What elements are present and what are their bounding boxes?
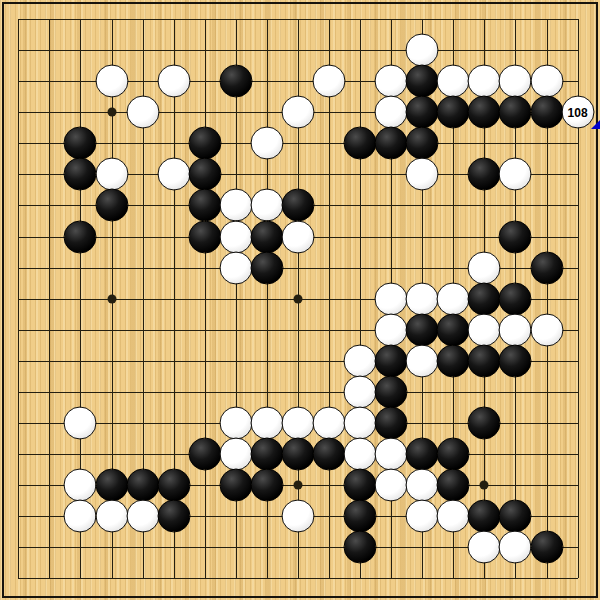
white-stone — [437, 282, 470, 315]
white-stone — [406, 282, 439, 315]
white-stone — [64, 469, 97, 502]
black-stone — [375, 406, 408, 439]
black-stone — [250, 438, 283, 471]
white-stone — [126, 500, 159, 533]
white-stone — [219, 220, 252, 253]
black-stone — [344, 500, 377, 533]
white-stone — [375, 438, 408, 471]
black-stone — [437, 469, 470, 502]
grid-line-horizontal — [18, 578, 577, 579]
black-stone — [437, 438, 470, 471]
white-stone — [499, 65, 532, 98]
white-stone — [64, 406, 97, 439]
black-stone — [313, 438, 346, 471]
black-stone — [219, 469, 252, 502]
black-stone — [468, 158, 501, 191]
black-stone — [468, 282, 501, 315]
black-stone — [437, 96, 470, 129]
black-stone — [126, 469, 159, 502]
black-stone — [95, 189, 128, 222]
black-stone — [219, 65, 252, 98]
grid-line-horizontal — [18, 392, 577, 393]
white-stone — [219, 189, 252, 222]
white-stone — [250, 189, 283, 222]
black-stone — [250, 220, 283, 253]
white-stone — [468, 65, 501, 98]
white-stone — [406, 500, 439, 533]
white-stone — [344, 344, 377, 377]
black-stone — [188, 438, 221, 471]
black-stone — [375, 344, 408, 377]
black-stone — [281, 438, 314, 471]
black-stone — [250, 469, 283, 502]
black-stone — [188, 158, 221, 191]
white-stone — [281, 500, 314, 533]
black-stone — [530, 251, 563, 284]
black-stone — [468, 500, 501, 533]
white-stone — [313, 65, 346, 98]
go-board[interactable]: 108 — [0, 0, 600, 600]
white-stone — [406, 344, 439, 377]
black-stone — [437, 313, 470, 346]
black-stone — [250, 251, 283, 284]
white-stone — [95, 65, 128, 98]
white-stone — [95, 158, 128, 191]
white-stone — [406, 158, 439, 191]
white-stone — [157, 65, 190, 98]
black-stone — [344, 127, 377, 160]
white-stone — [95, 500, 128, 533]
black-stone — [406, 96, 439, 129]
black-stone — [344, 531, 377, 564]
white-stone — [499, 158, 532, 191]
white-stone — [313, 406, 346, 439]
white-stone — [219, 406, 252, 439]
star-point — [293, 481, 302, 490]
white-stone — [499, 313, 532, 346]
star-point — [293, 294, 302, 303]
white-stone — [219, 438, 252, 471]
white-stone — [344, 406, 377, 439]
white-stone — [406, 469, 439, 502]
black-stone — [375, 127, 408, 160]
white-stone — [64, 500, 97, 533]
white-stone — [468, 251, 501, 284]
black-stone — [499, 282, 532, 315]
black-stone — [157, 500, 190, 533]
star-point — [480, 481, 489, 490]
black-stone — [406, 313, 439, 346]
white-stone — [344, 375, 377, 408]
white-stone — [126, 96, 159, 129]
white-stone — [468, 531, 501, 564]
black-stone — [406, 65, 439, 98]
black-stone — [64, 127, 97, 160]
white-stone — [530, 65, 563, 98]
black-stone — [530, 531, 563, 564]
black-stone — [188, 220, 221, 253]
white-stone — [281, 406, 314, 439]
white-stone — [250, 406, 283, 439]
white-stone — [375, 96, 408, 129]
black-stone — [468, 406, 501, 439]
white-stone — [281, 96, 314, 129]
white-stone — [375, 469, 408, 502]
black-stone — [499, 500, 532, 533]
white-stone — [406, 34, 439, 67]
white-stone — [250, 127, 283, 160]
grid-line-vertical — [329, 19, 330, 578]
white-stone — [344, 438, 377, 471]
black-stone — [468, 96, 501, 129]
black-stone — [157, 469, 190, 502]
black-stone — [64, 158, 97, 191]
star-point — [107, 294, 116, 303]
white-stone — [437, 65, 470, 98]
black-stone — [499, 220, 532, 253]
black-stone — [344, 469, 377, 502]
black-stone — [188, 189, 221, 222]
white-stone — [157, 158, 190, 191]
black-stone — [95, 469, 128, 502]
black-stone — [530, 96, 563, 129]
white-stone — [375, 282, 408, 315]
blue-triangle-marker — [591, 119, 600, 129]
white-stone — [375, 65, 408, 98]
white-stone — [468, 313, 501, 346]
black-stone — [499, 96, 532, 129]
black-stone — [281, 189, 314, 222]
black-stone — [406, 438, 439, 471]
star-point — [107, 108, 116, 117]
white-stone — [375, 313, 408, 346]
black-stone — [499, 344, 532, 377]
black-stone — [406, 127, 439, 160]
black-stone — [468, 344, 501, 377]
black-stone — [188, 127, 221, 160]
white-stone — [281, 220, 314, 253]
black-stone — [64, 220, 97, 253]
white-stone-move-108: 108 — [561, 96, 594, 129]
white-stone — [499, 531, 532, 564]
white-stone — [219, 251, 252, 284]
white-stone — [530, 313, 563, 346]
black-stone — [375, 375, 408, 408]
white-stone — [437, 500, 470, 533]
black-stone — [437, 344, 470, 377]
